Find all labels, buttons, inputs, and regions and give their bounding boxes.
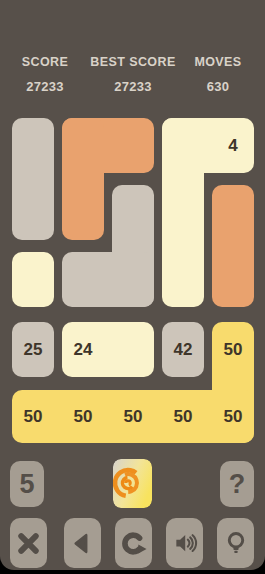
close-button[interactable] bbox=[10, 518, 47, 568]
score-label: SCORE bbox=[0, 55, 93, 69]
score-value: 27233 bbox=[0, 79, 93, 94]
app-screen: SCORE 27233 BEST SCORE 27233 MOVES 630 4 bbox=[0, 0, 265, 570]
moves-value: 630 bbox=[170, 79, 265, 94]
moves-label: MOVES bbox=[170, 55, 265, 69]
best-score-label: BEST SCORE bbox=[85, 55, 181, 69]
swirl-card-button[interactable] bbox=[113, 459, 152, 508]
piece-segment[interactable] bbox=[12, 118, 54, 240]
restart-button[interactable] bbox=[115, 518, 152, 568]
sound-button[interactable] bbox=[166, 518, 203, 568]
piece-segment[interactable] bbox=[62, 252, 154, 307]
score-stat: SCORE 27233 bbox=[0, 55, 93, 94]
speaker-icon bbox=[172, 530, 198, 556]
piece-segment[interactable] bbox=[62, 322, 154, 377]
piece-segment[interactable] bbox=[162, 118, 204, 307]
swirl-card-icon bbox=[113, 496, 152, 508]
counter-5-button[interactable]: 5 bbox=[10, 461, 44, 507]
piece-segment[interactable] bbox=[12, 252, 54, 307]
restart-rotate-icon bbox=[120, 530, 147, 557]
moves-stat: MOVES 630 bbox=[170, 55, 265, 94]
best-score-value: 27233 bbox=[85, 79, 181, 94]
help-button[interactable]: ? bbox=[220, 461, 254, 507]
hint-button[interactable] bbox=[217, 518, 254, 568]
piece-segment[interactable] bbox=[212, 185, 254, 307]
back-arrow-icon bbox=[70, 531, 95, 556]
piece-segment[interactable] bbox=[12, 390, 254, 443]
back-button[interactable] bbox=[64, 518, 101, 568]
best-score-stat: BEST SCORE 27233 bbox=[85, 55, 181, 94]
lightbulb-icon bbox=[223, 530, 249, 556]
piece-segment[interactable] bbox=[12, 322, 54, 377]
close-icon bbox=[15, 530, 42, 557]
piece-segment[interactable] bbox=[62, 118, 104, 240]
piece-segment[interactable] bbox=[162, 322, 204, 377]
